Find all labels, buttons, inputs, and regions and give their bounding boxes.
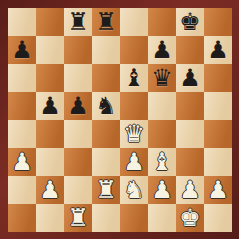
square-d1[interactable] (92, 204, 120, 232)
square-d8[interactable]: ♜ (92, 8, 120, 36)
square-e4[interactable]: ♛ (120, 120, 148, 148)
white-pawn[interactable]: ♟ (151, 176, 173, 204)
white-pawn[interactable]: ♟ (207, 176, 229, 204)
square-c5[interactable]: ♟ (64, 92, 92, 120)
black-rook[interactable]: ♜ (67, 8, 89, 36)
white-pawn[interactable]: ♟ (179, 176, 201, 204)
square-a3[interactable]: ♟ (8, 148, 36, 176)
black-queen[interactable]: ♛ (151, 64, 173, 92)
square-e6[interactable]: ♝ (120, 64, 148, 92)
black-king[interactable]: ♚ (179, 8, 201, 36)
square-b1[interactable] (36, 204, 64, 232)
white-bishop[interactable]: ♝ (151, 148, 173, 176)
black-knight[interactable]: ♞ (95, 92, 117, 120)
square-e1[interactable] (120, 204, 148, 232)
black-pawn[interactable]: ♟ (179, 64, 201, 92)
square-a2[interactable] (8, 176, 36, 204)
square-g6[interactable]: ♟ (176, 64, 204, 92)
square-b6[interactable] (36, 64, 64, 92)
white-king[interactable]: ♚ (179, 204, 201, 232)
square-c2[interactable] (64, 176, 92, 204)
square-c6[interactable] (64, 64, 92, 92)
square-g3[interactable] (176, 148, 204, 176)
square-c1[interactable]: ♜ (64, 204, 92, 232)
square-b5[interactable]: ♟ (36, 92, 64, 120)
black-rook[interactable]: ♜ (95, 8, 117, 36)
square-g5[interactable] (176, 92, 204, 120)
square-c8[interactable]: ♜ (64, 8, 92, 36)
square-f6[interactable]: ♛ (148, 64, 176, 92)
square-f8[interactable] (148, 8, 176, 36)
black-pawn[interactable]: ♟ (39, 92, 61, 120)
square-c7[interactable] (64, 36, 92, 64)
black-pawn[interactable]: ♟ (67, 92, 89, 120)
square-h4[interactable] (204, 120, 232, 148)
square-b2[interactable]: ♟ (36, 176, 64, 204)
square-d3[interactable] (92, 148, 120, 176)
square-f7[interactable]: ♟ (148, 36, 176, 64)
square-a6[interactable] (8, 64, 36, 92)
square-h5[interactable] (204, 92, 232, 120)
square-b8[interactable] (36, 8, 64, 36)
square-f4[interactable] (148, 120, 176, 148)
square-a4[interactable] (8, 120, 36, 148)
square-d7[interactable] (92, 36, 120, 64)
square-c3[interactable] (64, 148, 92, 176)
square-b7[interactable] (36, 36, 64, 64)
black-bishop[interactable]: ♝ (123, 64, 145, 92)
black-pawn[interactable]: ♟ (11, 36, 33, 64)
square-f2[interactable]: ♟ (148, 176, 176, 204)
square-f3[interactable]: ♝ (148, 148, 176, 176)
square-h1[interactable] (204, 204, 232, 232)
square-g1[interactable]: ♚ (176, 204, 204, 232)
square-a8[interactable] (8, 8, 36, 36)
square-d5[interactable]: ♞ (92, 92, 120, 120)
square-h3[interactable] (204, 148, 232, 176)
white-rook[interactable]: ♜ (95, 176, 117, 204)
square-f1[interactable] (148, 204, 176, 232)
square-d2[interactable]: ♜ (92, 176, 120, 204)
chess-board: ♜♜♚♟♟♟♝♛♟♟♟♞♛♟♟♝♟♜♞♟♟♟♜♚ (8, 8, 232, 232)
square-f5[interactable] (148, 92, 176, 120)
square-c4[interactable] (64, 120, 92, 148)
square-a5[interactable] (8, 92, 36, 120)
black-pawn[interactable]: ♟ (151, 36, 173, 64)
square-h6[interactable] (204, 64, 232, 92)
square-h2[interactable]: ♟ (204, 176, 232, 204)
white-knight[interactable]: ♞ (123, 176, 145, 204)
square-h7[interactable]: ♟ (204, 36, 232, 64)
board-frame: ♜♜♚♟♟♟♝♛♟♟♟♞♛♟♟♝♟♜♞♟♟♟♜♚ (0, 0, 239, 239)
white-rook[interactable]: ♜ (67, 204, 89, 232)
square-e3[interactable]: ♟ (120, 148, 148, 176)
square-e2[interactable]: ♞ (120, 176, 148, 204)
square-d6[interactable] (92, 64, 120, 92)
square-g8[interactable]: ♚ (176, 8, 204, 36)
square-g7[interactable] (176, 36, 204, 64)
square-a1[interactable] (8, 204, 36, 232)
square-a7[interactable]: ♟ (8, 36, 36, 64)
white-pawn[interactable]: ♟ (39, 176, 61, 204)
square-e8[interactable] (120, 8, 148, 36)
square-h8[interactable] (204, 8, 232, 36)
white-pawn[interactable]: ♟ (123, 148, 145, 176)
square-e7[interactable] (120, 36, 148, 64)
square-g4[interactable] (176, 120, 204, 148)
square-b3[interactable] (36, 148, 64, 176)
black-pawn[interactable]: ♟ (207, 36, 229, 64)
white-queen[interactable]: ♛ (123, 120, 145, 148)
square-g2[interactable]: ♟ (176, 176, 204, 204)
square-b4[interactable] (36, 120, 64, 148)
square-d4[interactable] (92, 120, 120, 148)
square-e5[interactable] (120, 92, 148, 120)
white-pawn[interactable]: ♟ (11, 148, 33, 176)
